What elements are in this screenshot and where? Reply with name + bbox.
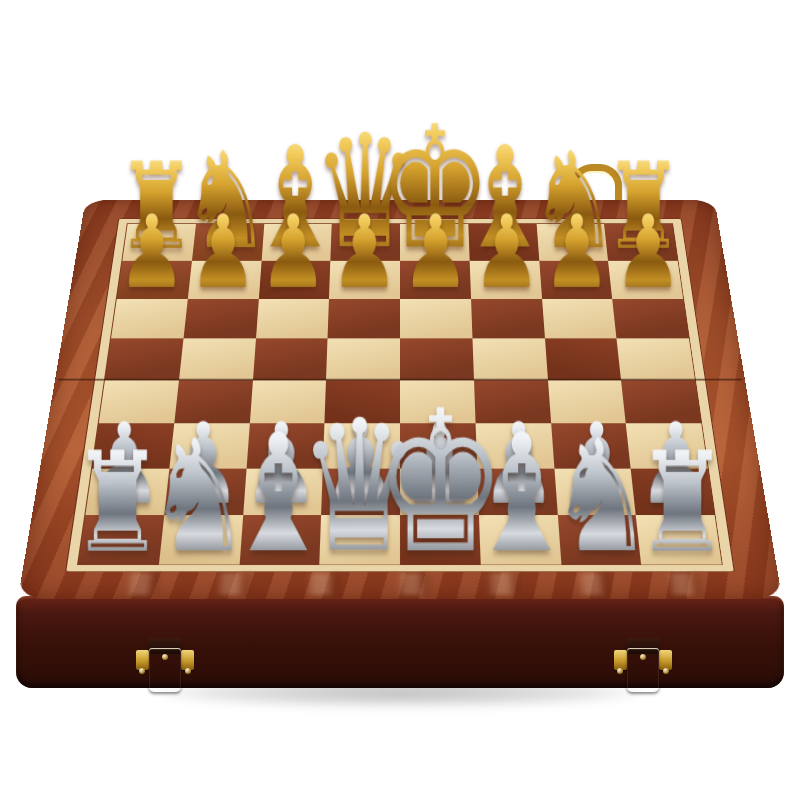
screw-icon [663, 668, 669, 674]
square-f6 [471, 299, 545, 339]
piece-white-king: ♚ [374, 384, 506, 580]
clasp-wing [614, 650, 627, 670]
clasp-right [614, 638, 672, 696]
screw-icon [162, 654, 168, 660]
square-b5 [179, 339, 256, 380]
square-d6 [328, 299, 400, 339]
box-front-panel [16, 596, 784, 688]
chessboard: ♜♞♝♛♚♝♞♜♟♟♟♟♟♟♟♟♟♟♟♟♟♟♟♟♜♞♝♛♚♝♞♜ [18, 200, 783, 600]
piece-black-pawn: ♟ [118, 201, 186, 302]
square-a5 [105, 339, 183, 380]
clasp-left [136, 638, 194, 696]
piece-black-pawn: ♟ [189, 201, 257, 302]
square-h5 [617, 339, 695, 380]
square-c5 [253, 339, 328, 380]
square-g5 [544, 339, 621, 380]
square-g6 [542, 299, 617, 339]
piece-black-pawn: ♟ [614, 201, 682, 302]
piece-black-pawn: ♟ [260, 201, 328, 302]
square-c6 [256, 299, 330, 339]
square-a6 [111, 299, 188, 339]
clasp-wing [136, 650, 149, 670]
piece-black-pawn: ♟ [330, 201, 398, 302]
piece-black-pawn: ♟ [472, 201, 540, 302]
square-b6 [183, 299, 258, 339]
product-photo: ♜♞♝♛♚♝♞♜♟♟♟♟♟♟♟♟♟♟♟♟♟♟♟♟♜♞♝♛♚♝♞♜ [0, 0, 800, 800]
clasp-wing [181, 650, 194, 670]
screw-icon [640, 654, 646, 660]
piece-black-pawn: ♟ [401, 201, 469, 302]
square-h6 [612, 299, 689, 339]
screw-icon [185, 668, 191, 674]
clasp-wing [659, 650, 672, 670]
piece-black-pawn: ♟ [543, 201, 611, 302]
screw-icon [617, 668, 623, 674]
square-e6 [400, 299, 472, 339]
screw-icon [139, 668, 145, 674]
